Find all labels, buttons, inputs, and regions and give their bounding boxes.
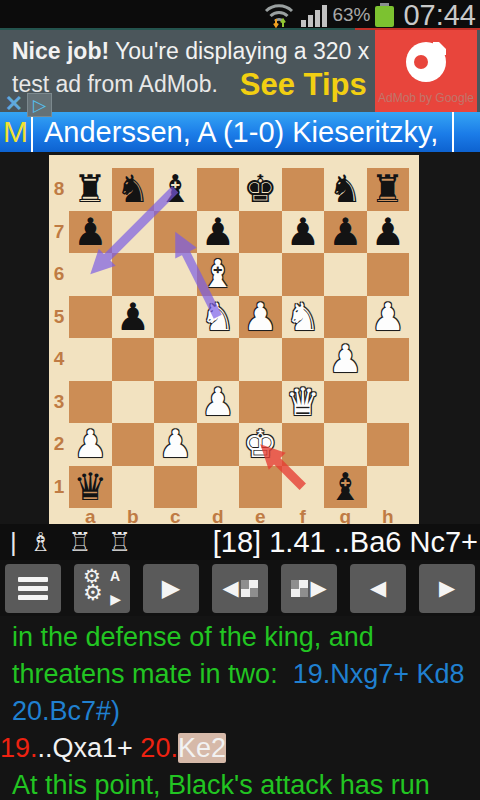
square-h2[interactable] — [367, 423, 410, 466]
square-h6[interactable] — [367, 253, 410, 296]
admob-caption: AdMob by Google — [375, 91, 477, 105]
captured-white-pieces: ♗ ♖ ♖ — [29, 527, 135, 557]
rank-label-5: 5 — [49, 296, 69, 339]
annotation-line: threatens mate in two: 19.Nxg7+ Kd8 — [0, 656, 480, 693]
square-g4[interactable]: ♟ — [324, 338, 367, 381]
white-knight[interactable]: ♞ — [197, 296, 240, 339]
square-c8[interactable]: ♝ — [154, 168, 197, 211]
ad-see-tips-link[interactable]: See Tips — [240, 72, 367, 98]
engine-analysis-button[interactable]: ⚙⚙A▶ — [74, 564, 130, 613]
white-pawn[interactable]: ♟ — [367, 296, 410, 339]
square-d3[interactable]: ♟ — [197, 381, 240, 424]
next-game-button[interactable]: ▶ — [281, 564, 337, 613]
square-b2[interactable] — [112, 423, 155, 466]
square-g2[interactable] — [324, 423, 367, 466]
step-forward-button[interactable]: ▶ — [419, 564, 475, 613]
square-e4[interactable] — [239, 338, 282, 381]
rank-labels: 87654321 — [49, 168, 69, 508]
rank-label-1: 1 — [49, 466, 69, 509]
square-h5[interactable]: ♟ — [367, 296, 410, 339]
white-pawn[interactable]: ♟ — [154, 423, 197, 466]
square-b4[interactable] — [112, 338, 155, 381]
rank-label-4: 4 — [49, 338, 69, 381]
square-c3[interactable] — [154, 381, 197, 424]
wifi-icon — [264, 2, 296, 28]
board-squares: ♜♞♝♚♞♜♟♟♟♟♟♝♟♞♟♞♟♟♟♛♟♟♚♛♝ — [69, 168, 409, 508]
square-d7[interactable]: ♟ — [197, 211, 240, 254]
status-bar: 63% 07:44 — [0, 0, 480, 30]
divider — [31, 112, 33, 152]
step-back-button[interactable]: ◀ — [350, 564, 406, 613]
square-b8[interactable]: ♞ — [112, 168, 155, 211]
square-h1[interactable] — [367, 466, 410, 509]
white-king[interactable]: ♚ — [239, 423, 282, 466]
square-f7[interactable]: ♟ — [282, 211, 325, 254]
prev-game-button[interactable]: ◀ — [212, 564, 268, 613]
play-icon: ▶ — [162, 576, 180, 600]
black-pawn[interactable]: ♟ — [282, 211, 325, 254]
white-queen[interactable]: ♛ — [282, 381, 325, 424]
square-e8[interactable]: ♚ — [239, 168, 282, 211]
current-move-highlight[interactable]: Ke2 — [178, 733, 226, 763]
square-c4[interactable] — [154, 338, 197, 381]
engine-line: [18] 1.41 ..Ba6 Nc7+ — [135, 526, 480, 559]
square-c1[interactable] — [154, 466, 197, 509]
square-a1[interactable]: ♛ — [69, 466, 112, 509]
square-b3[interactable] — [112, 381, 155, 424]
black-knight[interactable]: ♞ — [112, 168, 155, 211]
ad-close-icon[interactable]: ✕ — [3, 92, 25, 116]
square-h4[interactable] — [367, 338, 410, 381]
square-f5[interactable]: ♞ — [282, 296, 325, 339]
toolbar: ⚙⚙A▶ ▶ ◀ ▶ ◀ ▶ — [0, 560, 480, 616]
white-pawn[interactable]: ♟ — [197, 381, 240, 424]
square-e3[interactable] — [239, 381, 282, 424]
square-f8[interactable] — [282, 168, 325, 211]
annotation-line: At this point, Black's attack has run — [0, 767, 480, 800]
square-d5[interactable]: ♞ — [197, 296, 240, 339]
ad-headline-bold: Nice job! — [12, 38, 109, 64]
game-title[interactable]: Anderssen, A (1-0) Kieseritzky, — [44, 116, 480, 149]
ad-headline-rest: You're displaying a 320 x 50 — [109, 38, 401, 64]
black-pawn[interactable]: ♟ — [197, 211, 240, 254]
black-queen[interactable]: ♛ — [69, 466, 112, 509]
clock: 07:44 — [403, 0, 476, 32]
black-bishop[interactable]: ♝ — [324, 466, 367, 509]
adchoices-icon[interactable]: ▷ — [27, 93, 52, 117]
black-knight[interactable]: ♞ — [324, 168, 367, 211]
square-f4[interactable] — [282, 338, 325, 381]
title-bar: M Anderssen, A (1-0) Kieseritzky, — [0, 112, 480, 152]
engine-gears-icon: ⚙⚙A▶ — [83, 568, 121, 608]
play-button[interactable]: ▶ — [143, 564, 199, 613]
black-rook[interactable]: ♜ — [69, 168, 112, 211]
black-pawn[interactable]: ♟ — [367, 211, 410, 254]
square-g5[interactable] — [324, 296, 367, 339]
white-bishop[interactable]: ♝ — [197, 253, 240, 296]
rank-label-6: 6 — [49, 253, 69, 296]
square-g3[interactable] — [324, 381, 367, 424]
white-knight[interactable]: ♞ — [282, 296, 325, 339]
square-e5[interactable]: ♟ — [239, 296, 282, 339]
white-pawn[interactable]: ♟ — [69, 423, 112, 466]
rank-label-7: 7 — [49, 211, 69, 254]
mode-badge[interactable]: M — [0, 115, 31, 149]
square-h8[interactable]: ♜ — [367, 168, 410, 211]
menu-button[interactable] — [5, 564, 61, 613]
square-a2[interactable]: ♟ — [69, 423, 112, 466]
board-section: 87654321 ♜♞♝♚♞♜♟♟♟♟♟♝♟♞♟♞♟♟♟♛♟♟♚♛♝ abcde… — [0, 152, 480, 524]
ad-headline: Nice job! You're displaying a 320 x 50 — [12, 38, 372, 65]
square-e7[interactable] — [239, 211, 282, 254]
black-pawn[interactable]: ♟ — [69, 211, 112, 254]
prev-game-icon: ◀ — [222, 578, 257, 599]
battery-percent: 63% — [332, 4, 370, 26]
black-king[interactable]: ♚ — [239, 168, 282, 211]
square-d8[interactable] — [197, 168, 240, 211]
admob-brand-panel[interactable]: AdMob by Google — [375, 30, 477, 112]
square-a6[interactable] — [69, 253, 112, 296]
square-d2[interactable] — [197, 423, 240, 466]
black-rook[interactable]: ♜ — [367, 168, 410, 211]
divider — [0, 28, 480, 30]
square-g7[interactable]: ♟ — [324, 211, 367, 254]
square-b1[interactable] — [112, 466, 155, 509]
annotation-line: 19...Qxa1+ 20.Ke2 — [0, 730, 480, 767]
black-bishop[interactable]: ♝ — [154, 168, 197, 211]
square-e1[interactable] — [239, 466, 282, 509]
square-a8[interactable]: ♜ — [69, 168, 112, 211]
captured-separator: | — [10, 527, 17, 558]
engine-info-bar: | ♗ ♖ ♖ [18] 1.41 ..Ba6 Nc7+ — [0, 524, 480, 560]
square-g8[interactable]: ♞ — [324, 168, 367, 211]
square-b6[interactable] — [112, 253, 155, 296]
white-pawn[interactable]: ♟ — [324, 338, 367, 381]
admob-logo-icon — [406, 42, 446, 82]
square-h3[interactable] — [367, 381, 410, 424]
square-f3[interactable]: ♛ — [282, 381, 325, 424]
square-g6[interactable] — [324, 253, 367, 296]
square-e6[interactable] — [239, 253, 282, 296]
chess-board: 87654321 ♜♞♝♚♞♜♟♟♟♟♟♝♟♞♟♞♟♟♟♛♟♟♚♛♝ abcde… — [49, 155, 419, 524]
menu-icon — [18, 577, 48, 600]
square-a5[interactable] — [69, 296, 112, 339]
square-f1[interactable] — [282, 466, 325, 509]
black-pawn[interactable]: ♟ — [112, 296, 155, 339]
square-c5[interactable] — [154, 296, 197, 339]
square-c2[interactable]: ♟ — [154, 423, 197, 466]
battery-icon — [375, 3, 394, 27]
square-b5[interactable]: ♟ — [112, 296, 155, 339]
square-f6[interactable] — [282, 253, 325, 296]
square-g1[interactable]: ♝ — [324, 466, 367, 509]
rank-label-8: 8 — [49, 168, 69, 211]
divider — [452, 112, 454, 152]
square-h7[interactable]: ♟ — [367, 211, 410, 254]
annotation-line: 20.Bc7#) — [0, 693, 480, 730]
rank-label-3: 3 — [49, 381, 69, 424]
app-screen: 63% 07:44 Nice job! You're displaying a … — [0, 0, 480, 800]
white-pawn[interactable]: ♟ — [239, 296, 282, 339]
annotation-line: in the defense of the king, and — [0, 619, 480, 656]
rank-label-2: 2 — [49, 423, 69, 466]
next-game-icon: ▶ — [291, 578, 326, 599]
square-b7[interactable] — [112, 211, 155, 254]
square-c7[interactable] — [154, 211, 197, 254]
square-d6[interactable]: ♝ — [197, 253, 240, 296]
square-c6[interactable] — [154, 253, 197, 296]
square-d4[interactable] — [197, 338, 240, 381]
square-a4[interactable] — [69, 338, 112, 381]
back-icon: ◀ — [370, 578, 386, 599]
square-a3[interactable] — [69, 381, 112, 424]
signal-icon — [301, 3, 327, 27]
square-a7[interactable]: ♟ — [69, 211, 112, 254]
file-labels: abcdefgh — [69, 506, 409, 524]
square-d1[interactable] — [197, 466, 240, 509]
annotation-text[interactable]: in the defense of the king, andthreatens… — [0, 616, 480, 800]
square-e2[interactable]: ♚ — [239, 423, 282, 466]
forward-icon: ▶ — [439, 578, 455, 599]
black-pawn[interactable]: ♟ — [324, 211, 367, 254]
square-f2[interactable] — [282, 423, 325, 466]
